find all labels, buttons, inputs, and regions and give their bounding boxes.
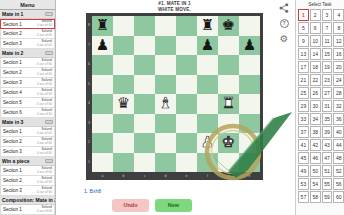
menu-group-label: Mate in 3: [0, 119, 23, 125]
task-cell-14[interactable]: 14: [310, 48, 321, 60]
section-label: Section 2: [1, 70, 22, 75]
rank-labels: 87654321: [87, 16, 92, 172]
task-cell-34[interactable]: 34: [310, 113, 321, 125]
task-cell-6[interactable]: 6: [310, 22, 321, 34]
file-label: g: [218, 173, 239, 180]
square-e5[interactable]: [176, 75, 197, 95]
section-label: Section 2: [1, 139, 22, 144]
square-a6[interactable]: [92, 55, 113, 75]
task-cell-42[interactable]: 42: [310, 139, 321, 151]
square-c6[interactable]: [134, 55, 155, 75]
square-f3[interactable]: [197, 114, 218, 134]
task-cell-30[interactable]: 30: [310, 100, 321, 112]
square-h6[interactable]: [239, 55, 260, 75]
section-label: Section 4: [1, 90, 22, 95]
task-cell-59[interactable]: 59: [322, 191, 333, 203]
square-h2[interactable]: [239, 133, 260, 153]
square-d2[interactable]: [155, 133, 176, 153]
section-status: Solved0 out of 60: [37, 79, 54, 86]
task-cell-11[interactable]: 11: [322, 35, 333, 47]
sidebar-item-section[interactable]: Section 2Solved0 out of 60: [0, 137, 55, 147]
task-cell-45[interactable]: 45: [298, 152, 309, 164]
black-pawn-piece[interactable]: ♟: [201, 36, 214, 56]
black-pawn-piece[interactable]: ♟: [243, 36, 256, 56]
white-rook-piece[interactable]: ♜: [222, 94, 235, 114]
task-cell-27[interactable]: 27: [322, 87, 333, 99]
sidebar-item-section[interactable]: Section 6Solved0 out of 60: [0, 108, 55, 118]
task-cell-44[interactable]: 44: [333, 139, 344, 151]
square-f4[interactable]: [197, 94, 218, 114]
square-f2[interactable]: ♟: [197, 133, 218, 153]
menu-title: Menu: [0, 0, 55, 10]
square-d3[interactable]: [155, 114, 176, 134]
new-button[interactable]: New: [155, 199, 192, 212]
menu-group-label: Mate in 2: [0, 50, 23, 56]
square-f7[interactable]: ♟: [197, 36, 218, 56]
square-c1[interactable]: [134, 153, 155, 173]
section-status: Solved0 out of 60: [37, 20, 54, 27]
icon-column: ? ⚙: [276, 1, 292, 47]
task-cell-22[interactable]: 22: [310, 74, 321, 86]
sidebar-item-section[interactable]: Section 1Solved0 out of 60: [0, 205, 55, 215]
task-cell-57[interactable]: 57: [298, 191, 309, 203]
white-pawn-piece[interactable]: ♟: [201, 133, 214, 153]
rank-label: 5: [87, 75, 92, 95]
task-cell-53[interactable]: 53: [298, 178, 309, 190]
black-pawn-piece[interactable]: ♟: [96, 36, 109, 56]
rank-label: 8: [87, 16, 92, 36]
square-g5[interactable]: [218, 75, 239, 95]
square-d5[interactable]: [155, 75, 176, 95]
task-cell-29[interactable]: 29: [298, 100, 309, 112]
group-info-badge: [45, 51, 53, 55]
sidebar-item-section[interactable]: Section 5Solved0 out of 60: [0, 98, 55, 108]
task-cell-36[interactable]: 36: [333, 113, 344, 125]
menu-group-header: Composition: Mate in 2: [0, 196, 55, 205]
task-cell-17[interactable]: 17: [298, 61, 309, 73]
section-status: Solved0 out of 60: [37, 138, 54, 145]
task-cell-41[interactable]: 41: [298, 139, 309, 151]
section-label: Section 1: [1, 60, 22, 65]
section-label: Section 3: [1, 41, 22, 46]
black-queen-piece[interactable]: ♛: [117, 94, 130, 114]
task-cell-32[interactable]: 32: [333, 100, 344, 112]
settings-icon[interactable]: ⚙: [278, 32, 290, 44]
task-cell-54[interactable]: 54: [310, 178, 321, 190]
task-cell-18[interactable]: 18: [310, 61, 321, 73]
square-h8[interactable]: [239, 16, 260, 36]
task-cell-50[interactable]: 50: [310, 165, 321, 177]
task-cell-19[interactable]: 19: [322, 61, 333, 73]
square-c3[interactable]: [134, 114, 155, 134]
rank-label: 3: [87, 114, 92, 134]
section-label: Section 1: [1, 22, 22, 27]
rank-label: 6: [87, 55, 92, 75]
task-cell-21[interactable]: 21: [298, 74, 309, 86]
section-label: Section 2: [1, 31, 22, 36]
rank-label: 1: [87, 153, 92, 173]
rank-label: 2: [87, 133, 92, 153]
sidebar-item-section[interactable]: Section 1Solved0 out of 60: [0, 166, 55, 176]
square-g8[interactable]: ♚: [218, 16, 239, 36]
section-status: Solved0 out of 60: [37, 69, 54, 76]
task-cell-16[interactable]: 16: [333, 48, 344, 60]
task-cell-8[interactable]: 8: [333, 22, 344, 34]
task-cell-52[interactable]: 52: [333, 165, 344, 177]
task-cell-58[interactable]: 58: [310, 191, 321, 203]
help-icon[interactable]: ?: [278, 17, 290, 29]
task-cell-1[interactable]: 1: [298, 9, 309, 21]
square-h4[interactable]: [239, 94, 260, 114]
square-e3[interactable]: [176, 114, 197, 134]
section-status: Solved0 out of 60: [37, 206, 54, 213]
task-cell-15[interactable]: 15: [322, 48, 333, 60]
task-cell-28[interactable]: 28: [333, 87, 344, 99]
task-cell-37[interactable]: 37: [298, 126, 309, 138]
file-labels: abcdefgh: [92, 173, 260, 180]
white-bishop-piece[interactable]: ♝: [159, 94, 172, 114]
task-cell-9[interactable]: 9: [298, 35, 309, 47]
square-d7[interactable]: [155, 36, 176, 56]
section-status: Solved0 out of 60: [37, 128, 54, 135]
section-label: Section 5: [1, 100, 22, 105]
sidebar-item-section[interactable]: Section 1Solved0 out of 60: [0, 127, 55, 137]
square-g3[interactable]: [218, 114, 239, 134]
menu-group-label: Composition: Mate in 2: [0, 197, 56, 203]
square-c7[interactable]: [134, 36, 155, 56]
section-status: Solved0 out of 60: [37, 177, 54, 184]
square-e2[interactable]: [176, 133, 197, 153]
sidebar-item-section[interactable]: Section 4Solved0 out of 60: [0, 88, 55, 98]
square-f8[interactable]: ♜: [197, 16, 218, 36]
section-label: Section 1: [1, 129, 22, 134]
menu-groups: Mate in 1Section 1Solved0 out of 60Secti…: [0, 10, 55, 215]
section-status: Solved0 out of 60: [37, 109, 54, 116]
task-cell-2[interactable]: 2: [310, 9, 321, 21]
square-c2[interactable]: [134, 133, 155, 153]
menu-group-header: Win a piece: [0, 157, 55, 166]
task-cell-33[interactable]: 33: [298, 113, 309, 125]
section-status: Solved0 out of 60: [37, 30, 54, 37]
file-label: d: [155, 173, 176, 180]
sidebar-item-section[interactable]: Section 2Solved0 out of 60: [0, 68, 55, 78]
file-label: h: [239, 173, 260, 180]
square-a8[interactable]: ♜: [92, 16, 113, 36]
task-cell-24[interactable]: 24: [333, 74, 344, 86]
square-g4[interactable]: ♜: [218, 94, 239, 114]
move-list[interactable]: 1. Bxh8: [84, 188, 101, 194]
square-h3[interactable]: [239, 114, 260, 134]
file-label: e: [176, 173, 197, 180]
task-cell-51[interactable]: 51: [322, 165, 333, 177]
square-a5[interactable]: [92, 75, 113, 95]
task-cell-31[interactable]: 31: [322, 100, 333, 112]
menu-group-header: Mate in 1: [0, 10, 55, 19]
black-rook-piece[interactable]: ♜: [96, 16, 109, 36]
section-label: Section 1: [1, 207, 22, 212]
task-cell-13[interactable]: 13: [298, 48, 309, 60]
task-cell-40[interactable]: 40: [333, 126, 344, 138]
task-cell-7[interactable]: 7: [322, 22, 333, 34]
square-h5[interactable]: [239, 75, 260, 95]
square-f5[interactable]: [197, 75, 218, 95]
section-status: Solved0 out of 60: [37, 187, 54, 194]
black-rook-piece[interactable]: ♜: [201, 16, 214, 36]
square-c8[interactable]: [134, 16, 155, 36]
menu-group-header: Mate in 2: [0, 49, 55, 58]
sidebar-item-section[interactable]: Section 2Solved0 out of 60: [0, 176, 55, 186]
task-cell-47[interactable]: 47: [322, 152, 333, 164]
sidebar-menu: Menu Mate in 1Section 1Solved0 out of 60…: [0, 0, 56, 215]
square-g6[interactable]: [218, 55, 239, 75]
rank-label: 7: [87, 36, 92, 56]
black-king-piece[interactable]: ♚: [222, 16, 235, 36]
task-panel: Select Task 1234567891011121314151617181…: [295, 0, 344, 215]
task-cell-55[interactable]: 55: [322, 178, 333, 190]
square-g7[interactable]: [218, 36, 239, 56]
task-cell-46[interactable]: 46: [310, 152, 321, 164]
group-info-badge: [45, 12, 53, 16]
square-h1[interactable]: [239, 153, 260, 173]
section-label: Section 3: [1, 149, 22, 154]
section-label: Section 6: [1, 110, 22, 115]
square-b7[interactable]: [113, 36, 134, 56]
section-status: Solved0 out of 60: [37, 99, 54, 106]
section-status: Solved0 out of 60: [37, 167, 54, 174]
square-b5[interactable]: [113, 75, 134, 95]
task-cell-10[interactable]: 10: [310, 35, 321, 47]
sidebar-item-section[interactable]: Section 1Solved0 out of 60: [0, 19, 55, 29]
rank-label: 4: [87, 94, 92, 114]
section-status: Solved0 out of 60: [37, 40, 54, 47]
task-cell-3[interactable]: 3: [322, 9, 333, 21]
sidebar-item-section[interactable]: Section 1Solved0 out of 60: [0, 58, 55, 68]
square-a3[interactable]: [92, 114, 113, 134]
menu-group-label: Win a piece: [0, 158, 29, 164]
square-g2[interactable]: ♚: [218, 133, 239, 153]
task-cell-12[interactable]: 12: [333, 35, 344, 47]
sidebar-item-section[interactable]: Section 3Solved0 out of 60: [0, 147, 55, 157]
square-b4[interactable]: ♛: [113, 94, 134, 114]
file-label: c: [134, 173, 155, 180]
sidebar-item-section[interactable]: Section 3Solved0 out of 60: [0, 78, 55, 88]
square-e6[interactable]: [176, 55, 197, 75]
task-cell-20[interactable]: 20: [333, 61, 344, 73]
square-d4[interactable]: ♝: [155, 94, 176, 114]
task-cell-60[interactable]: 60: [333, 191, 344, 203]
square-b2[interactable]: [113, 133, 134, 153]
square-d8[interactable]: [155, 16, 176, 36]
share-icon[interactable]: [278, 2, 290, 14]
square-a7[interactable]: ♟: [92, 36, 113, 56]
white-king-piece[interactable]: ♚: [222, 133, 235, 153]
puzzle-title: #1. MATE IN 1 WHITE MOVE.: [86, 1, 263, 12]
square-e7[interactable]: [176, 36, 197, 56]
section-status: Solved0 out of 60: [37, 89, 54, 96]
controls-bar: Undo New: [64, 199, 240, 212]
section-label: Section 3: [1, 188, 22, 193]
square-c5[interactable]: [134, 75, 155, 95]
task-cell-25[interactable]: 25: [298, 87, 309, 99]
group-info-badge: [45, 120, 53, 124]
file-label: a: [92, 173, 113, 180]
task-cell-39[interactable]: 39: [322, 126, 333, 138]
puzzle-title-line2: WHITE MOVE.: [86, 7, 263, 13]
task-cell-4[interactable]: 4: [333, 9, 344, 21]
square-d6[interactable]: [155, 55, 176, 75]
square-a2[interactable]: [92, 133, 113, 153]
section-label: Section 1: [1, 168, 22, 173]
square-b6[interactable]: [113, 55, 134, 75]
sidebar-item-section[interactable]: Section 2Solved0 out of 60: [0, 29, 55, 39]
square-d1[interactable]: [155, 153, 176, 173]
square-e4[interactable]: [176, 94, 197, 114]
file-label: b: [113, 173, 134, 180]
group-info-badge: [45, 159, 53, 163]
task-cell-48[interactable]: 48: [333, 152, 344, 164]
menu-group-header: Mate in 3: [0, 118, 55, 127]
square-b1[interactable]: [113, 153, 134, 173]
undo-button[interactable]: Undo: [112, 199, 149, 212]
section-label: Section 2: [1, 178, 22, 183]
board-squares: ♜♜♚♟♟♟♛♝♜♟♚: [92, 16, 260, 172]
task-cell-5[interactable]: 5: [298, 22, 309, 34]
task-cell-35[interactable]: 35: [322, 113, 333, 125]
square-f6[interactable]: [197, 55, 218, 75]
task-panel-title: Select Task: [296, 2, 344, 7]
square-e1[interactable]: [176, 153, 197, 173]
square-b8[interactable]: [113, 16, 134, 36]
section-label: Section 3: [1, 80, 22, 85]
task-grid: 1234567891011121314151617181920212223242…: [296, 9, 344, 203]
menu-group-label: Mate in 1: [0, 11, 23, 17]
square-g1[interactable]: [218, 153, 239, 173]
sidebar-item-section[interactable]: Section 3Solved0 out of 60: [0, 39, 55, 49]
square-f1[interactable]: [197, 153, 218, 173]
task-cell-38[interactable]: 38: [310, 126, 321, 138]
task-cell-26[interactable]: 26: [310, 87, 321, 99]
task-cell-49[interactable]: 49: [298, 165, 309, 177]
square-a1[interactable]: [92, 153, 113, 173]
square-c4[interactable]: [134, 94, 155, 114]
sidebar-item-section[interactable]: Section 3Solved0 out of 60: [0, 186, 55, 196]
task-cell-56[interactable]: 56: [333, 178, 344, 190]
square-h7[interactable]: ♟: [239, 36, 260, 56]
task-cell-43[interactable]: 43: [322, 139, 333, 151]
section-status: Solved0 out of 60: [37, 148, 54, 155]
square-b3[interactable]: [113, 114, 134, 134]
square-e8[interactable]: [176, 16, 197, 36]
square-a4[interactable]: [92, 94, 113, 114]
section-status: Solved0 out of 60: [37, 59, 54, 66]
file-label: f: [197, 173, 218, 180]
task-cell-23[interactable]: 23: [322, 74, 333, 86]
chess-board[interactable]: 87654321 abcdefgh ♜♜♚♟♟♟♛♝♜♟♚: [86, 13, 263, 180]
